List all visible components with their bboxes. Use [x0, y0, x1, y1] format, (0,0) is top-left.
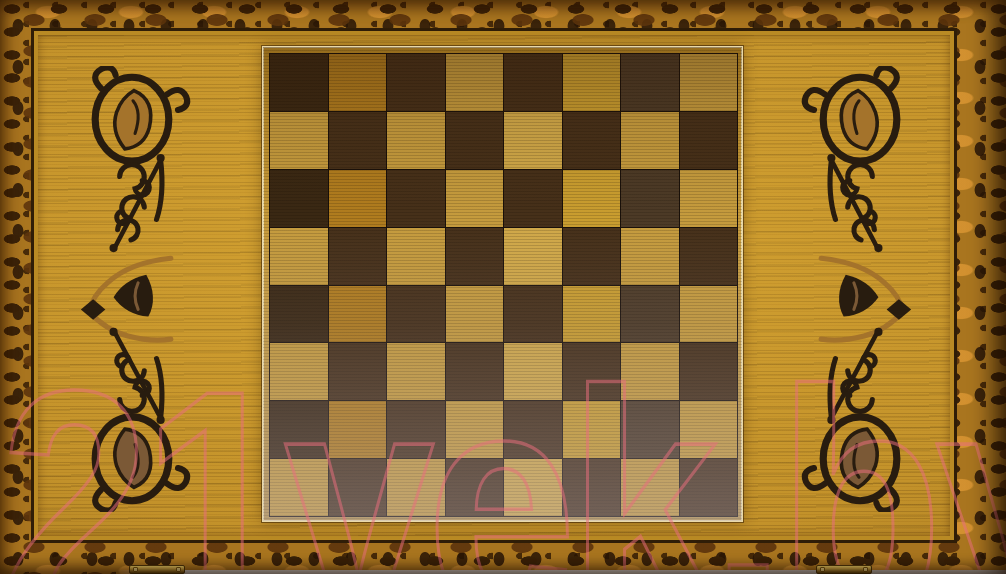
- square-r7c1-dark-empty: [270, 401, 328, 458]
- square-r1c2-light-empty: [329, 54, 387, 111]
- hinge-screw: [820, 567, 825, 572]
- square-r2c5-light-empty: [504, 112, 562, 169]
- square-r8c1-light-empty: [270, 459, 328, 516]
- square-r6c6-dark-empty: [563, 343, 621, 400]
- square-r6c7-light-empty: [621, 343, 679, 400]
- square-r4c2-dark-empty: [329, 228, 387, 285]
- square-r7c7-dark-empty: [621, 401, 679, 458]
- square-r3c5-dark-empty: [504, 170, 562, 227]
- square-r8c7-light-empty: [621, 459, 679, 516]
- square-r2c6-dark-empty: [563, 112, 621, 169]
- square-r2c2-dark-empty: [329, 112, 387, 169]
- game-board: [262, 46, 743, 522]
- hinge-screw: [133, 567, 138, 572]
- square-r3c1-dark-empty: [270, 170, 328, 227]
- square-r8c8-dark-empty: [680, 459, 738, 516]
- square-r2c8-dark-empty: [680, 112, 738, 169]
- square-r3c6-light-empty: [563, 170, 621, 227]
- square-r4c7-light-empty: [621, 228, 679, 285]
- square-r6c3-light-empty: [387, 343, 445, 400]
- square-r7c8-light-empty: [680, 401, 738, 458]
- square-r8c3-light-empty: [387, 459, 445, 516]
- square-r6c8-dark-empty: [680, 343, 738, 400]
- square-r4c4-dark-empty: [446, 228, 504, 285]
- hinge-screw: [863, 567, 868, 572]
- square-r3c7-dark-empty: [621, 170, 679, 227]
- square-r3c8-light-empty: [680, 170, 738, 227]
- brass-hinge-right: [816, 565, 872, 574]
- hinge-screw: [176, 567, 181, 572]
- square-r1c3-dark-empty: [387, 54, 445, 111]
- square-r5c5-dark-empty: [504, 286, 562, 343]
- square-r8c4-dark-empty: [446, 459, 504, 516]
- square-r5c2-light-empty: [329, 286, 387, 343]
- square-r5c3-dark-empty: [387, 286, 445, 343]
- square-r7c2-light-empty: [329, 401, 387, 458]
- square-r8c6-dark-empty: [563, 459, 621, 516]
- square-r6c5-light-empty: [504, 343, 562, 400]
- square-r3c3-dark-empty: [387, 170, 445, 227]
- square-r1c5-dark-empty: [504, 54, 562, 111]
- square-r7c4-light-empty: [446, 401, 504, 458]
- square-r1c1-dark-empty: [270, 54, 328, 111]
- square-r5c4-light-empty: [446, 286, 504, 343]
- square-r1c4-light-empty: [446, 54, 504, 111]
- square-r1c8-light-empty: [680, 54, 738, 111]
- case-bottom-edge: [116, 570, 1006, 574]
- board-grid: [269, 53, 738, 517]
- square-r4c6-dark-empty: [563, 228, 621, 285]
- square-r4c8-dark-empty: [680, 228, 738, 285]
- square-r6c2-dark-empty: [329, 343, 387, 400]
- square-r5c8-light-empty: [680, 286, 738, 343]
- square-r7c5-dark-empty: [504, 401, 562, 458]
- square-r2c1-light-empty: [270, 112, 328, 169]
- square-r6c1-light-empty: [270, 343, 328, 400]
- square-r5c6-light-empty: [563, 286, 621, 343]
- square-r6c4-dark-empty: [446, 343, 504, 400]
- square-r3c2-light-empty: [329, 170, 387, 227]
- square-r8c2-dark-empty: [329, 459, 387, 516]
- square-r4c3-light-empty: [387, 228, 445, 285]
- square-r1c6-light-empty: [563, 54, 621, 111]
- square-r8c5-light-empty: [504, 459, 562, 516]
- square-r4c5-light-empty: [504, 228, 562, 285]
- square-r7c3-dark-empty: [387, 401, 445, 458]
- square-r2c4-dark-empty: [446, 112, 504, 169]
- square-r7c6-light-empty: [563, 401, 621, 458]
- square-r4c1-light-empty: [270, 228, 328, 285]
- square-r2c7-light-empty: [621, 112, 679, 169]
- square-r1c7-dark-empty: [621, 54, 679, 111]
- square-r5c1-dark-empty: [270, 286, 328, 343]
- left-arabesque-inlay-icon: [72, 66, 194, 512]
- square-r2c3-light-empty: [387, 112, 445, 169]
- brass-hinge-left: [129, 565, 185, 574]
- square-r5c7-dark-empty: [621, 286, 679, 343]
- right-arabesque-inlay-icon: [798, 66, 920, 512]
- square-r3c4-light-empty: [446, 170, 504, 227]
